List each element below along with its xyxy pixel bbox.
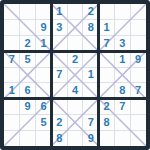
cell-r1c4[interactable]: 1 xyxy=(51,4,67,20)
cell-r8c2[interactable] xyxy=(20,114,36,130)
cell-r8c9[interactable] xyxy=(130,114,146,130)
cell-r3c7[interactable]: 7 xyxy=(99,36,115,52)
cell-r1c6[interactable]: 2 xyxy=(83,4,99,20)
cell-r9c3[interactable] xyxy=(36,130,52,146)
cell-r5c8[interactable] xyxy=(114,67,130,83)
cell-r7c6[interactable] xyxy=(83,99,99,115)
cell-r3c9[interactable] xyxy=(130,36,146,52)
cell-r1c5[interactable] xyxy=(67,4,83,20)
cell-r3c5[interactable] xyxy=(67,36,83,52)
cell-r7c3[interactable]: 6 xyxy=(36,99,52,115)
cell-r2c3[interactable]: 9 xyxy=(36,20,52,36)
cell-r9c4[interactable]: 8 xyxy=(51,130,67,146)
cell-r4c7[interactable] xyxy=(99,51,115,67)
cell-r2c2[interactable] xyxy=(20,20,36,36)
cell-r5c4[interactable]: 7 xyxy=(51,67,67,83)
cell-r9c1[interactable] xyxy=(4,130,20,146)
cell-r9c9[interactable] xyxy=(130,130,146,146)
cell-r3c1[interactable] xyxy=(4,36,20,52)
cell-r7c9[interactable] xyxy=(130,99,146,115)
cell-r8c3[interactable]: 5 xyxy=(36,114,52,130)
cell-r6c7[interactable] xyxy=(99,83,115,99)
cell-r9c8[interactable] xyxy=(114,130,130,146)
cell-r8c1[interactable] xyxy=(4,114,20,130)
cell-r5c3[interactable] xyxy=(36,67,52,83)
cell-r3c8[interactable]: 3 xyxy=(114,36,130,52)
cell-r1c7[interactable] xyxy=(99,4,115,20)
cell-r1c8[interactable] xyxy=(114,4,130,20)
cell-r4c6[interactable] xyxy=(83,51,99,67)
cell-r4c2[interactable]: 5 xyxy=(20,51,36,67)
cell-r7c8[interactable]: 7 xyxy=(114,99,130,115)
cell-r5c2[interactable] xyxy=(20,67,36,83)
sudoku-board: 12938121737521971164879627527889 xyxy=(0,0,150,150)
cell-r8c8[interactable] xyxy=(114,114,130,130)
cell-r2c8[interactable] xyxy=(114,20,130,36)
cell-r7c4[interactable] xyxy=(51,99,67,115)
cell-r4c8[interactable]: 1 xyxy=(114,51,130,67)
cell-r2c5[interactable] xyxy=(67,20,83,36)
cell-r8c4[interactable]: 2 xyxy=(51,114,67,130)
cell-r6c6[interactable] xyxy=(83,83,99,99)
cell-r2c1[interactable] xyxy=(4,20,20,36)
cell-r1c3[interactable] xyxy=(36,4,52,20)
cell-r6c2[interactable]: 6 xyxy=(20,83,36,99)
cell-r5c7[interactable] xyxy=(99,67,115,83)
cell-r1c2[interactable] xyxy=(20,4,36,20)
cell-r9c7[interactable] xyxy=(99,130,115,146)
cell-r7c7[interactable]: 2 xyxy=(99,99,115,115)
cell-r4c3[interactable] xyxy=(36,51,52,67)
cell-r6c5[interactable]: 4 xyxy=(67,83,83,99)
sudoku-grid: 12938121737521971164879627527889 xyxy=(4,4,146,146)
cell-r4c1[interactable]: 7 xyxy=(4,51,20,67)
cell-r8c5[interactable] xyxy=(67,114,83,130)
cell-r4c4[interactable] xyxy=(51,51,67,67)
cell-r3c3[interactable]: 1 xyxy=(36,36,52,52)
cell-r1c9[interactable] xyxy=(130,4,146,20)
cell-r5c9[interactable] xyxy=(130,67,146,83)
cell-r9c5[interactable] xyxy=(67,130,83,146)
cell-r2c6[interactable]: 8 xyxy=(83,20,99,36)
cell-r5c6[interactable]: 1 xyxy=(83,67,99,83)
cell-r9c2[interactable] xyxy=(20,130,36,146)
cell-r4c5[interactable]: 2 xyxy=(67,51,83,67)
cell-r5c5[interactable] xyxy=(67,67,83,83)
cell-r5c1[interactable] xyxy=(4,67,20,83)
cell-r3c4[interactable] xyxy=(51,36,67,52)
cell-r7c2[interactable]: 9 xyxy=(20,99,36,115)
cell-r7c5[interactable] xyxy=(67,99,83,115)
cell-r3c6[interactable] xyxy=(83,36,99,52)
cell-r6c4[interactable] xyxy=(51,83,67,99)
cell-r6c3[interactable] xyxy=(36,83,52,99)
cell-r4c9[interactable]: 9 xyxy=(130,51,146,67)
cell-r6c1[interactable]: 1 xyxy=(4,83,20,99)
cell-r9c6[interactable]: 9 xyxy=(83,130,99,146)
cell-r8c7[interactable]: 8 xyxy=(99,114,115,130)
cell-r2c9[interactable] xyxy=(130,20,146,36)
cell-r8c6[interactable]: 7 xyxy=(83,114,99,130)
cell-r2c7[interactable]: 1 xyxy=(99,20,115,36)
cell-r6c8[interactable]: 8 xyxy=(114,83,130,99)
cell-r1c1[interactable] xyxy=(4,4,20,20)
cell-r6c9[interactable]: 7 xyxy=(130,83,146,99)
cell-r3c2[interactable]: 2 xyxy=(20,36,36,52)
cell-r7c1[interactable] xyxy=(4,99,20,115)
cell-r2c4[interactable]: 3 xyxy=(51,20,67,36)
